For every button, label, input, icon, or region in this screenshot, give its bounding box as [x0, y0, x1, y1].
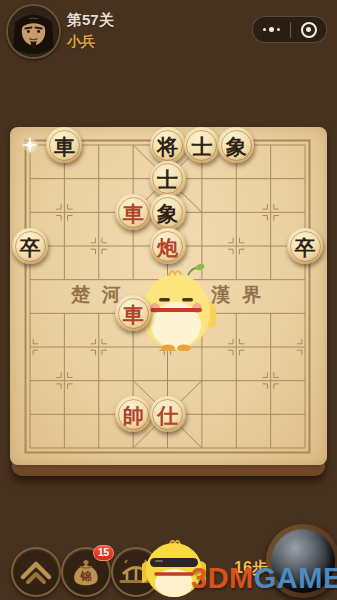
- piece-black-advisor[interactable]: 士: [184, 127, 220, 163]
- piece-black-elephant[interactable]: 象: [218, 127, 254, 163]
- menu-button[interactable]: [11, 547, 61, 597]
- pieces-layer: 車将士象士車象卒炮卒車帥仕: [10, 127, 327, 465]
- hints-button[interactable]: 锦 15: [61, 547, 111, 597]
- xiangqi-board: 楚河 漢界 車将士象士車象卒炮卒車帥仕: [10, 127, 327, 465]
- avatar[interactable]: [6, 4, 61, 59]
- close-circle-icon: [301, 22, 317, 38]
- piece-glyph: 帥: [123, 404, 144, 425]
- piece-glyph: 象: [226, 135, 247, 156]
- piece-glyph: 炮: [157, 236, 178, 257]
- piece-black-general[interactable]: 将: [150, 127, 186, 163]
- close-button[interactable]: [291, 22, 326, 38]
- piece-glyph: 将: [157, 135, 178, 156]
- piece-red-chariot[interactable]: 車: [115, 194, 151, 230]
- app-root: 第57关 小兵 楚河 漢界: [0, 0, 337, 600]
- avatar-portrait-icon: [8, 6, 59, 57]
- piece-red-cannon[interactable]: 炮: [150, 228, 186, 264]
- chevron-up-icon: [13, 549, 59, 595]
- piece-glyph: 卒: [20, 236, 41, 257]
- more-dots-icon: [263, 28, 266, 31]
- piece-glyph: 士: [191, 135, 212, 156]
- piece-black-soldier[interactable]: 卒: [12, 228, 48, 264]
- piece-black-chariot[interactable]: 車: [46, 127, 82, 163]
- level-title: 第57关: [67, 11, 114, 30]
- piece-glyph: 車: [54, 135, 75, 156]
- wechat-capsule: [252, 16, 327, 43]
- hints-count-badge: 15: [93, 545, 114, 561]
- piece-red-advisor[interactable]: 仕: [150, 396, 186, 432]
- piece-black-advisor[interactable]: 士: [150, 161, 186, 197]
- piece-glyph: 卒: [295, 236, 316, 257]
- svg-text:锦: 锦: [80, 570, 92, 583]
- more-button[interactable]: [253, 17, 290, 42]
- piece-glyph: 車: [123, 202, 144, 223]
- piece-black-soldier[interactable]: 卒: [287, 228, 323, 264]
- difficulty-label: 小兵: [67, 33, 95, 51]
- site-watermark: 3DMGAME: [191, 562, 337, 595]
- piece-glyph: 車: [123, 303, 144, 324]
- piece-black-elephant[interactable]: 象: [150, 194, 186, 230]
- piece-glyph: 象: [157, 202, 178, 223]
- piece-glyph: 仕: [157, 404, 178, 425]
- piece-red-general[interactable]: 帥: [115, 396, 151, 432]
- piece-glyph: 士: [157, 169, 178, 190]
- piece-red-chariot[interactable]: 車: [115, 295, 151, 331]
